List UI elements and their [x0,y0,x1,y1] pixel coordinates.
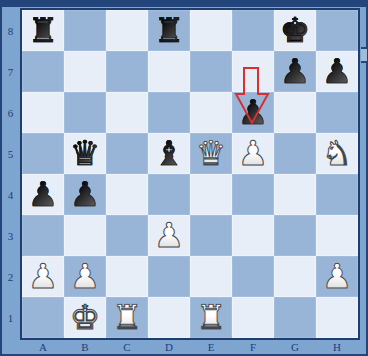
window-top-border [0,0,368,7]
square-a5[interactable] [22,133,64,174]
square-c8[interactable] [106,10,148,51]
square-e3[interactable] [190,215,232,256]
square-g5[interactable] [274,133,316,174]
chess-board: ♜♜♚♟♟♟♛♝♛♟♞♟♟♟♟♟♟♚♜♜ [20,8,360,340]
square-e1[interactable]: ♜ [190,297,232,338]
square-f5[interactable]: ♟ [232,133,274,174]
black-pawn-a4[interactable]: ♟ [22,174,64,215]
file-label-h: H [316,340,358,354]
square-h3[interactable] [316,215,358,256]
square-g1[interactable] [274,297,316,338]
square-h6[interactable] [316,92,358,133]
file-label-e: E [190,340,232,354]
file-labels: ABCDEFGH [22,340,358,354]
rank-labels: 87654321 [2,10,19,338]
file-label-g: G [274,340,316,354]
file-label-f: F [232,340,274,354]
rank-label-5: 5 [2,133,19,174]
square-a4[interactable]: ♟ [22,174,64,215]
rank-label-2: 2 [2,256,19,297]
splitter-notch[interactable] [361,47,367,63]
square-f6[interactable]: ♟ [232,92,274,133]
square-a3[interactable] [22,215,64,256]
square-b8[interactable] [64,10,106,51]
rank-label-6: 6 [2,92,19,133]
rank-label-7: 7 [2,51,19,92]
rank-label-1: 1 [2,297,19,338]
square-a6[interactable] [22,92,64,133]
white-rook-c1[interactable]: ♜ [106,297,148,338]
square-h5[interactable]: ♞ [316,133,358,174]
square-h2[interactable]: ♟ [316,256,358,297]
square-e4[interactable] [190,174,232,215]
square-e8[interactable] [190,10,232,51]
white-pawn-a2[interactable]: ♟ [22,256,64,297]
square-f2[interactable] [232,256,274,297]
square-d3[interactable]: ♟ [148,215,190,256]
white-pawn-h2[interactable]: ♟ [316,256,358,297]
square-b1[interactable]: ♚ [64,297,106,338]
rank-label-3: 3 [2,215,19,256]
square-d8[interactable]: ♜ [148,10,190,51]
black-bishop-d5[interactable]: ♝ [148,133,190,174]
square-c3[interactable] [106,215,148,256]
file-label-d: D [148,340,190,354]
square-f7[interactable] [232,51,274,92]
square-h8[interactable] [316,10,358,51]
square-c4[interactable] [106,174,148,215]
white-knight-h5[interactable]: ♞ [316,133,358,174]
square-f8[interactable] [232,10,274,51]
rank-label-4: 4 [2,174,19,215]
square-b5[interactable]: ♛ [64,133,106,174]
square-d6[interactable] [148,92,190,133]
square-a1[interactable] [22,297,64,338]
square-b4[interactable]: ♟ [64,174,106,215]
rank-label-8: 8 [2,10,19,51]
square-c7[interactable] [106,51,148,92]
square-g4[interactable] [274,174,316,215]
square-c6[interactable] [106,92,148,133]
square-d2[interactable] [148,256,190,297]
white-pawn-f5[interactable]: ♟ [232,133,274,174]
square-d7[interactable] [148,51,190,92]
board-grid: ♜♜♚♟♟♟♛♝♛♟♞♟♟♟♟♟♟♚♜♜ [22,10,358,338]
black-pawn-g7[interactable]: ♟ [274,51,316,92]
square-b6[interactable] [64,92,106,133]
square-e7[interactable] [190,51,232,92]
file-label-b: B [64,340,106,354]
square-g6[interactable] [274,92,316,133]
square-h4[interactable] [316,174,358,215]
square-g7[interactable]: ♟ [274,51,316,92]
square-h7[interactable]: ♟ [316,51,358,92]
square-b2[interactable]: ♟ [64,256,106,297]
square-b3[interactable] [64,215,106,256]
square-b7[interactable] [64,51,106,92]
white-pawn-b2[interactable]: ♟ [64,256,106,297]
black-rook-d8[interactable]: ♜ [148,10,190,51]
square-h1[interactable] [316,297,358,338]
square-c5[interactable] [106,133,148,174]
white-pawn-d3[interactable]: ♟ [148,215,190,256]
file-label-c: C [106,340,148,354]
square-e5[interactable]: ♛ [190,133,232,174]
white-rook-e1[interactable]: ♜ [190,297,232,338]
square-g2[interactable] [274,256,316,297]
chess-app-window: 87654321 ♜♜♚♟♟♟♛♝♛♟♞♟♟♟♟♟♟♚♜♜ ABCDEFGH [0,0,368,356]
square-a2[interactable]: ♟ [22,256,64,297]
square-a7[interactable] [22,51,64,92]
black-king-g8[interactable]: ♚ [274,10,316,51]
square-c2[interactable] [106,256,148,297]
square-g8[interactable]: ♚ [274,10,316,51]
white-king-b1[interactable]: ♚ [64,297,106,338]
square-g3[interactable] [274,215,316,256]
file-label-a: A [22,340,64,354]
black-rook-a8[interactable]: ♜ [22,10,64,51]
square-d1[interactable] [148,297,190,338]
square-f4[interactable] [232,174,274,215]
square-d5[interactable]: ♝ [148,133,190,174]
black-pawn-f6[interactable]: ♟ [232,92,274,133]
white-queen-e5[interactable]: ♛ [190,133,232,174]
square-a8[interactable]: ♜ [22,10,64,51]
square-d4[interactable] [148,174,190,215]
black-queen-b5[interactable]: ♛ [64,133,106,174]
square-f3[interactable] [232,215,274,256]
square-e2[interactable] [190,256,232,297]
square-e6[interactable] [190,92,232,133]
black-pawn-h7[interactable]: ♟ [316,51,358,92]
square-c1[interactable]: ♜ [106,297,148,338]
black-pawn-b4[interactable]: ♟ [64,174,106,215]
square-f1[interactable] [232,297,274,338]
